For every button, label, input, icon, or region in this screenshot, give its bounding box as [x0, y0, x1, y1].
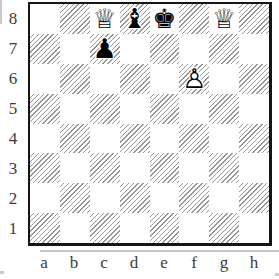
white-pawn-outline: ♙	[179, 64, 209, 94]
square-d8[interactable]: ♝	[120, 4, 150, 34]
square-b6[interactable]	[60, 64, 90, 94]
square-a7[interactable]	[30, 34, 60, 64]
square-a2[interactable]	[30, 183, 60, 213]
square-c6[interactable]	[90, 64, 120, 94]
square-c5[interactable]	[90, 94, 120, 124]
file-label-g: g	[209, 251, 239, 275]
chess-diagram: 8 7 6 5 4 3 2 1 ♛♕♝♚♛♕♟♟♙ a b c d e f g …	[0, 0, 279, 279]
square-f3[interactable]	[179, 153, 209, 183]
square-d3[interactable]	[120, 153, 150, 183]
square-h2[interactable]	[239, 183, 269, 213]
square-f6[interactable]: ♟♙	[179, 64, 209, 94]
square-h8[interactable]	[239, 4, 269, 34]
square-a3[interactable]	[30, 153, 60, 183]
rank-label-6: 6	[0, 64, 26, 94]
square-d4[interactable]	[120, 124, 150, 154]
square-e2[interactable]	[150, 183, 180, 213]
scan-artifact-bottom-right	[275, 273, 279, 276]
square-h3[interactable]	[239, 153, 269, 183]
square-e6[interactable]	[150, 64, 180, 94]
square-f2[interactable]	[179, 183, 209, 213]
black-king-body: ♚	[150, 4, 180, 34]
square-a4[interactable]	[30, 124, 60, 154]
board-border-shadow	[40, 250, 279, 252]
rank-label-5: 5	[0, 94, 26, 124]
square-a5[interactable]	[30, 94, 60, 124]
piece-white-queen[interactable]: ♛♕	[90, 4, 120, 34]
file-label-a: a	[29, 251, 59, 275]
square-h7[interactable]	[239, 34, 269, 64]
square-h4[interactable]	[239, 124, 269, 154]
square-c7[interactable]: ♟	[90, 34, 120, 64]
rank-label-2: 2	[0, 184, 26, 214]
rank-label-3: 3	[0, 154, 26, 184]
square-g1[interactable]	[209, 213, 239, 243]
file-label-h: h	[239, 251, 269, 275]
square-g6[interactable]	[209, 64, 239, 94]
square-a8[interactable]	[30, 4, 60, 34]
file-labels: a b c d e f g h	[29, 251, 270, 275]
square-d2[interactable]	[120, 183, 150, 213]
square-e5[interactable]	[150, 94, 180, 124]
square-d7[interactable]	[120, 34, 150, 64]
square-c1[interactable]	[90, 213, 120, 243]
file-label-e: e	[149, 251, 179, 275]
square-b8[interactable]	[60, 4, 90, 34]
file-label-c: c	[89, 251, 119, 275]
rank-label-8: 8	[0, 4, 26, 34]
square-e7[interactable]	[150, 34, 180, 64]
square-f5[interactable]	[179, 94, 209, 124]
rank-label-1: 1	[0, 214, 26, 244]
rank-label-4: 4	[0, 124, 26, 154]
square-c3[interactable]	[90, 153, 120, 183]
square-g8[interactable]: ♛♕	[209, 4, 239, 34]
piece-black-king[interactable]: ♚	[150, 4, 180, 34]
square-a1[interactable]	[30, 213, 60, 243]
rank-labels: 8 7 6 5 4 3 2 1	[0, 4, 26, 244]
square-d1[interactable]	[120, 213, 150, 243]
square-h1[interactable]	[239, 213, 269, 243]
square-f1[interactable]	[179, 213, 209, 243]
square-e1[interactable]	[150, 213, 180, 243]
black-pawn-body: ♟	[90, 34, 120, 64]
square-g2[interactable]	[209, 183, 239, 213]
scan-artifact-left	[0, 0, 2, 24]
square-f4[interactable]	[179, 124, 209, 154]
square-e8[interactable]: ♚	[150, 4, 180, 34]
piece-black-pawn[interactable]: ♟	[90, 34, 120, 64]
white-queen-outline: ♕	[209, 4, 239, 34]
square-h6[interactable]	[239, 64, 269, 94]
square-a6[interactable]	[30, 64, 60, 94]
rank-label-7: 7	[0, 34, 26, 64]
square-d5[interactable]	[120, 94, 150, 124]
square-f8[interactable]	[179, 4, 209, 34]
piece-white-pawn[interactable]: ♟♙	[179, 64, 209, 94]
square-b7[interactable]	[60, 34, 90, 64]
square-b5[interactable]	[60, 94, 90, 124]
square-b3[interactable]	[60, 153, 90, 183]
square-c8[interactable]: ♛♕	[90, 4, 120, 34]
square-h5[interactable]	[239, 94, 269, 124]
square-d6[interactable]	[120, 64, 150, 94]
square-c2[interactable]	[90, 183, 120, 213]
black-bishop-body: ♝	[120, 4, 150, 34]
square-g3[interactable]	[209, 153, 239, 183]
piece-white-queen[interactable]: ♛♕	[209, 4, 239, 34]
piece-black-bishop[interactable]: ♝	[120, 4, 150, 34]
square-g5[interactable]	[209, 94, 239, 124]
file-label-b: b	[59, 251, 89, 275]
square-b1[interactable]	[60, 213, 90, 243]
square-f7[interactable]	[179, 34, 209, 64]
file-label-d: d	[119, 251, 149, 275]
file-label-f: f	[179, 251, 209, 275]
square-c4[interactable]	[90, 124, 120, 154]
square-b2[interactable]	[60, 183, 90, 213]
square-e4[interactable]	[150, 124, 180, 154]
white-queen-outline: ♕	[90, 4, 120, 34]
square-e3[interactable]	[150, 153, 180, 183]
square-g7[interactable]	[209, 34, 239, 64]
square-b4[interactable]	[60, 124, 90, 154]
scan-artifact-bottom-left	[0, 271, 4, 274]
square-g4[interactable]	[209, 124, 239, 154]
chess-board: ♛♕♝♚♛♕♟♟♙	[28, 2, 272, 246]
